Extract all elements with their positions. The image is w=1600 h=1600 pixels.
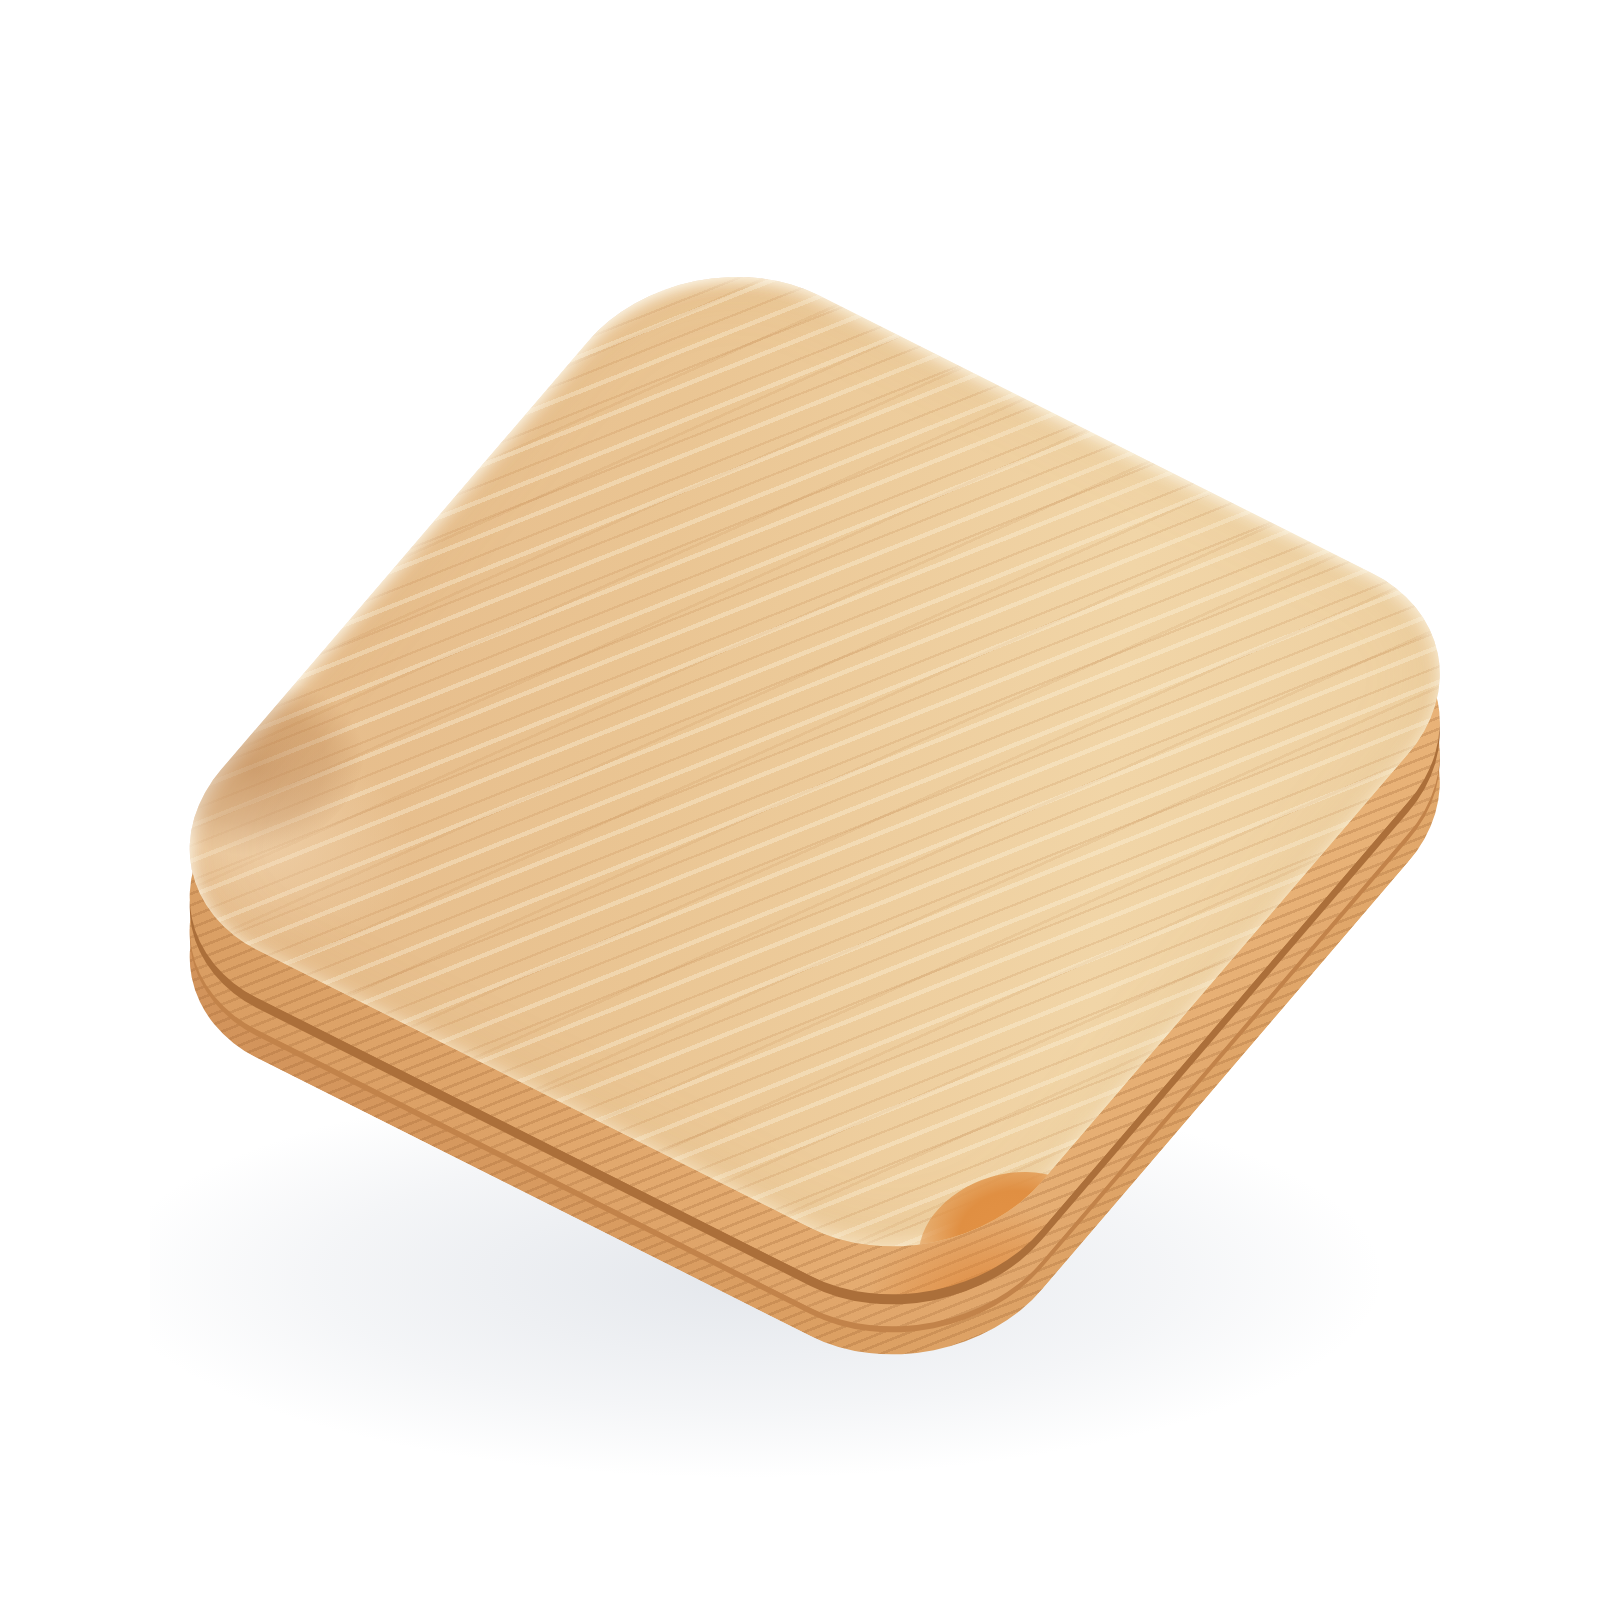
wood-edge-knot <box>124 645 408 890</box>
product-photo-scene <box>0 0 1600 1600</box>
